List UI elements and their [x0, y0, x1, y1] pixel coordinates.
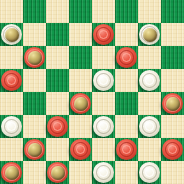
dark-square-4[interactable] — [161, 0, 184, 23]
checkers-board-wrap — [0, 0, 184, 184]
dark-square-9[interactable] — [23, 46, 46, 69]
light-square-r0c6 — [138, 0, 161, 23]
red-king[interactable] — [24, 47, 45, 68]
white-king[interactable] — [1, 24, 22, 45]
light-square-r3c5 — [115, 69, 138, 92]
dark-square-30[interactable] — [46, 161, 69, 184]
light-square-r2c0 — [0, 46, 23, 69]
light-square-r4c2 — [46, 92, 69, 115]
dark-square-14[interactable] — [46, 69, 69, 92]
dark-square-21[interactable] — [0, 115, 23, 138]
dark-square-11[interactable] — [115, 46, 138, 69]
dark-square-27[interactable] — [115, 138, 138, 161]
white-man[interactable] — [139, 116, 160, 137]
light-square-r6c4 — [92, 138, 115, 161]
dark-square-22[interactable] — [46, 115, 69, 138]
dark-square-13[interactable] — [0, 69, 23, 92]
light-square-r5c7 — [161, 115, 184, 138]
white-man[interactable] — [93, 70, 114, 91]
light-square-r2c2 — [46, 46, 69, 69]
light-square-r1c5 — [115, 23, 138, 46]
light-square-r3c1 — [23, 69, 46, 92]
white-man[interactable] — [139, 70, 160, 91]
red-man[interactable] — [162, 139, 183, 160]
dark-square-5[interactable] — [0, 23, 23, 46]
light-square-r2c6 — [138, 46, 161, 69]
white-man[interactable] — [1, 116, 22, 137]
red-man[interactable] — [70, 139, 91, 160]
dark-square-17[interactable] — [23, 92, 46, 115]
light-square-r6c6 — [138, 138, 161, 161]
dark-square-7[interactable] — [92, 23, 115, 46]
white-man[interactable] — [139, 162, 160, 183]
red-man[interactable] — [93, 24, 114, 45]
white-man[interactable] — [93, 162, 114, 183]
light-square-r0c2 — [46, 0, 69, 23]
dark-square-26[interactable] — [69, 138, 92, 161]
dark-square-12[interactable] — [161, 46, 184, 69]
light-square-r5c5 — [115, 115, 138, 138]
dark-square-15[interactable] — [92, 69, 115, 92]
dark-square-32[interactable] — [138, 161, 161, 184]
dark-square-1[interactable] — [23, 0, 46, 23]
light-square-r5c3 — [69, 115, 92, 138]
white-king[interactable] — [139, 24, 160, 45]
light-square-r6c0 — [0, 138, 23, 161]
dark-square-29[interactable] — [0, 161, 23, 184]
red-man[interactable] — [116, 139, 137, 160]
light-square-r7c3 — [69, 161, 92, 184]
light-square-r3c7 — [161, 69, 184, 92]
light-square-r1c7 — [161, 23, 184, 46]
red-king[interactable] — [70, 93, 91, 114]
dark-square-8[interactable] — [138, 23, 161, 46]
dark-square-18[interactable] — [69, 92, 92, 115]
dark-square-28[interactable] — [161, 138, 184, 161]
light-square-r5c1 — [23, 115, 46, 138]
dark-square-6[interactable] — [46, 23, 69, 46]
dark-square-3[interactable] — [115, 0, 138, 23]
dark-square-10[interactable] — [69, 46, 92, 69]
light-square-r7c7 — [161, 161, 184, 184]
light-square-r1c3 — [69, 23, 92, 46]
red-man[interactable] — [1, 70, 22, 91]
light-square-r2c4 — [92, 46, 115, 69]
light-square-r4c6 — [138, 92, 161, 115]
light-square-r4c0 — [0, 92, 23, 115]
light-square-r6c2 — [46, 138, 69, 161]
light-square-r1c1 — [23, 23, 46, 46]
dark-square-16[interactable] — [138, 69, 161, 92]
dark-square-24[interactable] — [138, 115, 161, 138]
light-square-r4c4 — [92, 92, 115, 115]
red-king[interactable] — [24, 139, 45, 160]
checkers-board — [0, 0, 184, 184]
red-man[interactable] — [116, 47, 137, 68]
light-square-r0c4 — [92, 0, 115, 23]
white-man[interactable] — [93, 116, 114, 137]
light-square-r7c1 — [23, 161, 46, 184]
dark-square-19[interactable] — [115, 92, 138, 115]
dark-square-31[interactable] — [92, 161, 115, 184]
red-king[interactable] — [162, 93, 183, 114]
dark-square-25[interactable] — [23, 138, 46, 161]
light-square-r3c3 — [69, 69, 92, 92]
dark-square-20[interactable] — [161, 92, 184, 115]
dark-square-23[interactable] — [92, 115, 115, 138]
dark-square-2[interactable] — [69, 0, 92, 23]
red-king[interactable] — [47, 162, 68, 183]
light-square-r7c5 — [115, 161, 138, 184]
red-king[interactable] — [1, 162, 22, 183]
light-square-r0c0 — [0, 0, 23, 23]
red-man[interactable] — [47, 116, 68, 137]
